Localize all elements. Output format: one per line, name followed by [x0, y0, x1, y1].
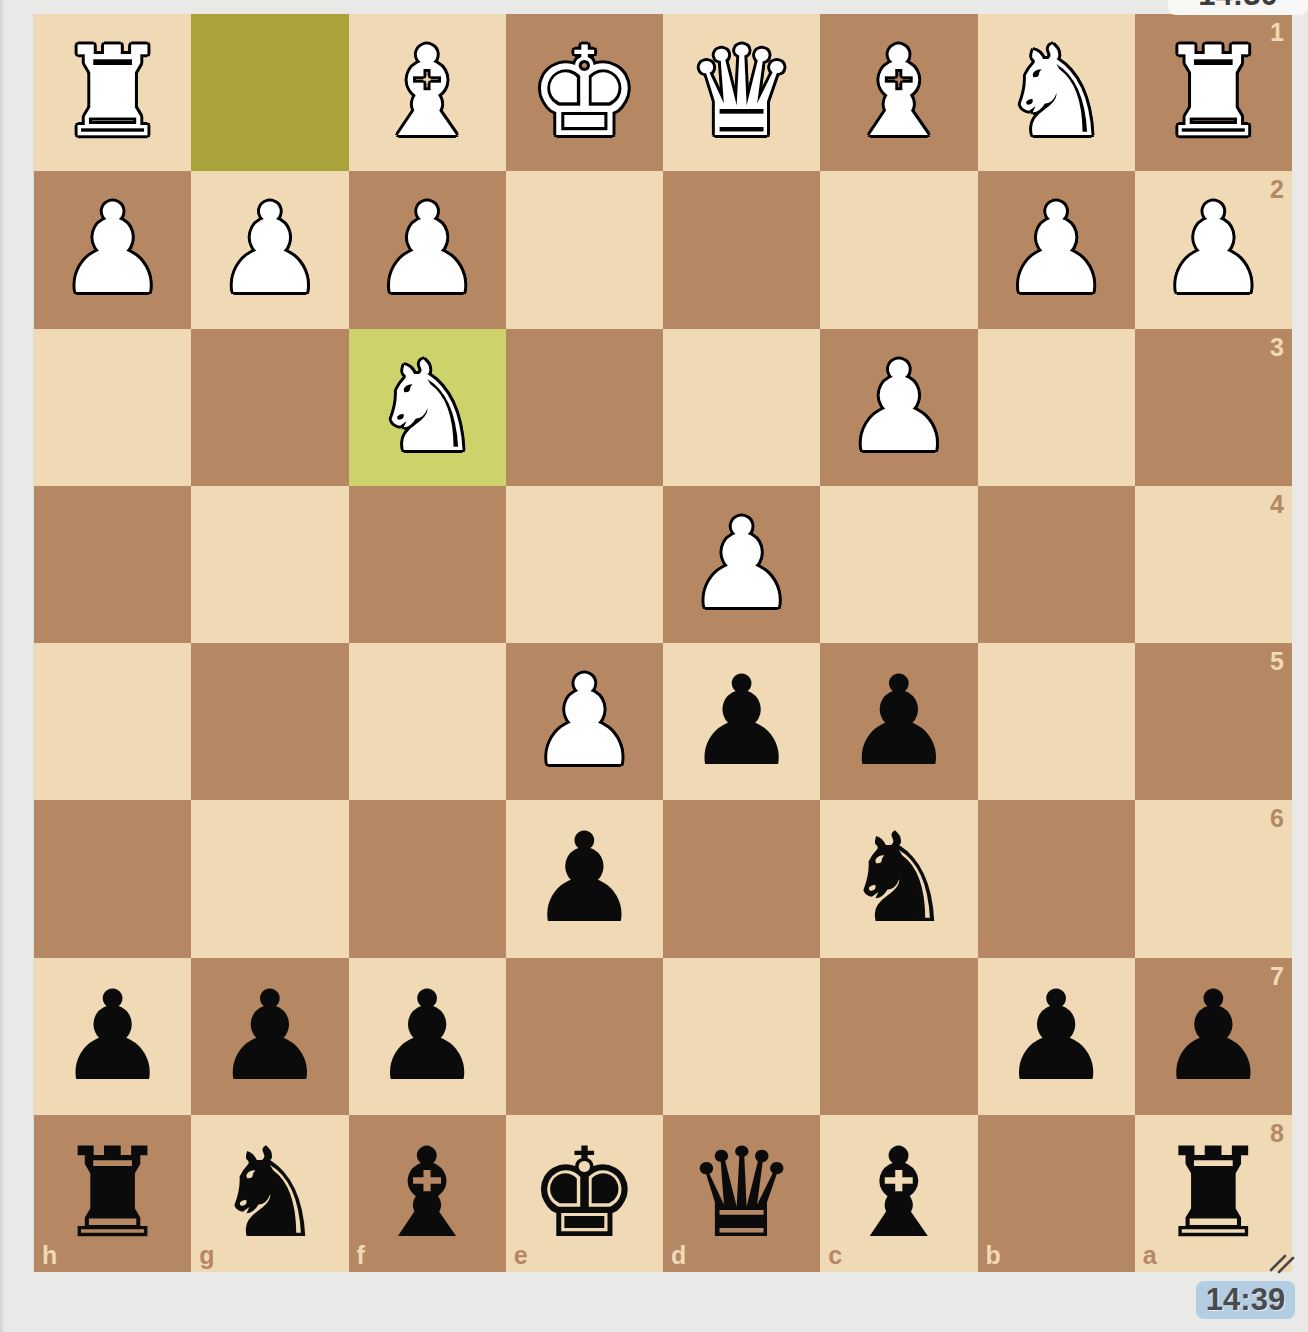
file-label-e: e [514, 1243, 528, 1268]
square-b8[interactable]: b [978, 1115, 1135, 1272]
black-knight-piece[interactable]: ♞ [214, 1115, 325, 1272]
file-label-b: b [986, 1243, 1001, 1268]
square-g7[interactable]: ♟ [191, 958, 348, 1115]
square-h2[interactable]: ♟ [34, 171, 191, 328]
square-f4[interactable] [349, 486, 506, 643]
white-pawn-piece[interactable]: ♟ [214, 171, 325, 328]
square-f7[interactable]: ♟ [349, 958, 506, 1115]
white-bishop-piece[interactable]: ♝ [843, 14, 954, 171]
file-label-h: h [42, 1243, 57, 1268]
black-pawn-piece[interactable]: ♟ [686, 643, 797, 800]
black-pawn-piece[interactable]: ♟ [529, 800, 640, 957]
square-b1[interactable]: ♞ [978, 14, 1135, 171]
square-f5[interactable] [349, 643, 506, 800]
square-f8[interactable]: ♝f [349, 1115, 506, 1272]
square-d8[interactable]: ♛d [663, 1115, 820, 1272]
white-pawn-piece[interactable]: ♟ [843, 329, 954, 486]
square-f1[interactable]: ♝ [349, 14, 506, 171]
black-pawn-piece[interactable]: ♟ [1001, 958, 1112, 1115]
white-king-piece[interactable]: ♚ [529, 14, 640, 171]
black-pawn-piece[interactable]: ♟ [57, 958, 168, 1115]
rank-label-7: 7 [1270, 964, 1284, 989]
white-rook-piece[interactable]: ♜ [57, 14, 168, 171]
black-pawn-piece[interactable]: ♟ [843, 643, 954, 800]
square-e6[interactable]: ♟ [506, 800, 663, 957]
square-d5[interactable]: ♟ [663, 643, 820, 800]
square-g5[interactable] [191, 643, 348, 800]
square-h8[interactable]: ♜h [34, 1115, 191, 1272]
square-a6[interactable]: 6 [1135, 800, 1292, 957]
file-label-g: g [199, 1243, 214, 1268]
square-e7[interactable] [506, 958, 663, 1115]
white-pawn-piece[interactable]: ♟ [529, 643, 640, 800]
square-f3[interactable]: ♞ [349, 329, 506, 486]
square-a2[interactable]: ♟2 [1135, 171, 1292, 328]
white-pawn-piece[interactable]: ♟ [372, 171, 483, 328]
black-rook-piece[interactable]: ♜ [1158, 1115, 1269, 1272]
square-d6[interactable] [663, 800, 820, 957]
square-b6[interactable] [978, 800, 1135, 957]
square-g2[interactable]: ♟ [191, 171, 348, 328]
file-label-c: c [828, 1243, 842, 1268]
square-b4[interactable] [978, 486, 1135, 643]
white-rook-piece[interactable]: ♜ [1158, 14, 1269, 171]
square-b5[interactable] [978, 643, 1135, 800]
square-c3[interactable]: ♟ [820, 329, 977, 486]
square-e2[interactable] [506, 171, 663, 328]
square-h7[interactable]: ♟ [34, 958, 191, 1115]
square-d1[interactable]: ♛ [663, 14, 820, 171]
rank-label-5: 5 [1270, 649, 1284, 674]
white-pawn-piece[interactable]: ♟ [686, 486, 797, 643]
white-pawn-piece[interactable]: ♟ [1158, 171, 1269, 328]
square-d3[interactable] [663, 329, 820, 486]
white-pawn-piece[interactable]: ♟ [1001, 171, 1112, 328]
black-pawn-piece[interactable]: ♟ [214, 958, 325, 1115]
square-g3[interactable] [191, 329, 348, 486]
rank-label-3: 3 [1270, 335, 1284, 360]
square-c7[interactable] [820, 958, 977, 1115]
white-clock-time: 14:30 [1198, 0, 1277, 13]
square-c2[interactable] [820, 171, 977, 328]
square-d2[interactable] [663, 171, 820, 328]
square-e3[interactable] [506, 329, 663, 486]
square-a5[interactable]: 5 [1135, 643, 1292, 800]
square-b3[interactable] [978, 329, 1135, 486]
resize-handle-icon[interactable] [1268, 1250, 1296, 1274]
file-label-f: f [357, 1243, 365, 1268]
rank-label-4: 4 [1270, 492, 1284, 517]
square-a7[interactable]: ♟7 [1135, 958, 1292, 1115]
rank-label-1: 1 [1270, 20, 1284, 45]
square-e8[interactable]: ♚e [506, 1115, 663, 1272]
square-d7[interactable] [663, 958, 820, 1115]
square-a3[interactable]: 3 [1135, 329, 1292, 486]
black-king-piece[interactable]: ♚ [529, 1115, 640, 1272]
rank-label-8: 8 [1270, 1121, 1284, 1146]
file-label-d: d [671, 1243, 686, 1268]
black-rook-piece[interactable]: ♜ [57, 1115, 168, 1272]
square-a1[interactable]: ♜1 [1135, 14, 1292, 171]
black-clock-time: 14:39 [1206, 1282, 1285, 1318]
square-e5[interactable]: ♟ [506, 643, 663, 800]
file-label-a: a [1143, 1243, 1157, 1268]
square-h5[interactable] [34, 643, 191, 800]
square-g8[interactable]: ♞g [191, 1115, 348, 1272]
square-g6[interactable] [191, 800, 348, 957]
white-pawn-piece[interactable]: ♟ [57, 171, 168, 328]
black-bishop-piece[interactable]: ♝ [843, 1115, 954, 1272]
square-c8[interactable]: ♝c [820, 1115, 977, 1272]
square-c4[interactable] [820, 486, 977, 643]
square-b7[interactable]: ♟ [978, 958, 1135, 1115]
black-clock: 14:39 [1196, 1281, 1295, 1319]
square-b2[interactable]: ♟ [978, 171, 1135, 328]
square-a8[interactable]: ♜8a [1135, 1115, 1292, 1272]
square-c6[interactable]: ♞ [820, 800, 977, 957]
black-queen-piece[interactable]: ♛ [686, 1115, 797, 1272]
square-h1[interactable]: ♜ [34, 14, 191, 171]
white-bishop-piece[interactable]: ♝ [372, 14, 483, 171]
rank-label-6: 6 [1270, 806, 1284, 831]
square-h3[interactable] [34, 329, 191, 486]
square-f2[interactable]: ♟ [349, 171, 506, 328]
square-g1[interactable] [191, 14, 348, 171]
chess-board: ♜♝♚♛♝♞♜1♟♟♟♟♟2♞♟3♟4♟♟♟5♟♞6♟♟♟♟♟7♜h♞g♝f♚e… [33, 14, 1292, 1272]
square-h6[interactable] [34, 800, 191, 957]
square-e1[interactable]: ♚ [506, 14, 663, 171]
page-left-edge [0, 0, 4, 1332]
square-c1[interactable]: ♝ [820, 14, 977, 171]
rank-label-2: 2 [1270, 177, 1284, 202]
black-bishop-piece[interactable]: ♝ [372, 1115, 483, 1272]
white-queen-piece[interactable]: ♛ [686, 14, 797, 171]
square-d4[interactable]: ♟ [663, 486, 820, 643]
black-knight-piece[interactable]: ♞ [843, 800, 954, 957]
black-pawn-piece[interactable]: ♟ [1158, 958, 1269, 1115]
white-knight-piece[interactable]: ♞ [372, 329, 483, 486]
square-h4[interactable] [34, 486, 191, 643]
square-a4[interactable]: 4 [1135, 486, 1292, 643]
white-knight-piece[interactable]: ♞ [1001, 14, 1112, 171]
black-pawn-piece[interactable]: ♟ [372, 958, 483, 1115]
white-clock: 14:30 [1168, 0, 1308, 15]
square-c5[interactable]: ♟ [820, 643, 977, 800]
square-e4[interactable] [506, 486, 663, 643]
square-f6[interactable] [349, 800, 506, 957]
square-g4[interactable] [191, 486, 348, 643]
